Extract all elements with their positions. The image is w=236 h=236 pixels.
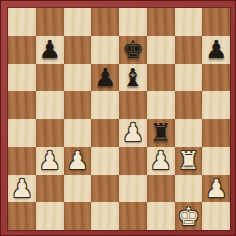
square-f7[interactable] <box>147 36 175 64</box>
piece-black-pawn[interactable]: ♟ <box>205 37 227 62</box>
square-d4[interactable] <box>91 119 119 147</box>
square-h7[interactable]: ♟ <box>202 36 230 64</box>
piece-white-rook[interactable]: ♜ <box>177 148 199 173</box>
chess-board: ♟♚♟♟♝♟♜♟♟♟♜♟♟♚ <box>8 8 230 230</box>
square-b8[interactable] <box>36 8 64 36</box>
square-c1[interactable] <box>64 202 92 230</box>
square-h1[interactable] <box>202 202 230 230</box>
square-d6[interactable]: ♟ <box>91 64 119 92</box>
square-g4[interactable] <box>175 119 203 147</box>
square-f4[interactable]: ♜ <box>147 119 175 147</box>
piece-black-king[interactable]: ♚ <box>122 37 144 62</box>
piece-white-pawn[interactable]: ♟ <box>38 148 60 173</box>
piece-white-pawn[interactable]: ♟ <box>205 176 227 201</box>
piece-black-pawn[interactable]: ♟ <box>38 37 60 62</box>
square-g7[interactable] <box>175 36 203 64</box>
piece-white-pawn[interactable]: ♟ <box>149 148 171 173</box>
square-h6[interactable] <box>202 64 230 92</box>
square-c6[interactable] <box>64 64 92 92</box>
square-f8[interactable] <box>147 8 175 36</box>
square-a3[interactable] <box>8 147 36 175</box>
square-g2[interactable] <box>175 175 203 203</box>
square-g5[interactable] <box>175 91 203 119</box>
square-e2[interactable] <box>119 175 147 203</box>
square-d7[interactable] <box>91 36 119 64</box>
square-a7[interactable] <box>8 36 36 64</box>
piece-black-bishop[interactable]: ♝ <box>122 65 144 90</box>
square-d5[interactable] <box>91 91 119 119</box>
square-h3[interactable] <box>202 147 230 175</box>
square-e3[interactable] <box>119 147 147 175</box>
square-c5[interactable] <box>64 91 92 119</box>
square-f1[interactable] <box>147 202 175 230</box>
square-h8[interactable] <box>202 8 230 36</box>
square-b5[interactable] <box>36 91 64 119</box>
piece-black-rook[interactable]: ♜ <box>149 120 171 145</box>
square-g3[interactable]: ♜ <box>175 147 203 175</box>
square-c7[interactable] <box>64 36 92 64</box>
square-g1[interactable]: ♚ <box>175 202 203 230</box>
square-e6[interactable]: ♝ <box>119 64 147 92</box>
piece-white-pawn[interactable]: ♟ <box>66 148 88 173</box>
board-frame: ♟♚♟♟♝♟♜♟♟♟♜♟♟♚ <box>0 0 236 236</box>
square-a2[interactable]: ♟ <box>8 175 36 203</box>
square-h2[interactable]: ♟ <box>202 175 230 203</box>
square-d2[interactable] <box>91 175 119 203</box>
square-d8[interactable] <box>91 8 119 36</box>
square-a1[interactable] <box>8 202 36 230</box>
square-c2[interactable] <box>64 175 92 203</box>
piece-white-pawn[interactable]: ♟ <box>122 120 144 145</box>
square-f3[interactable]: ♟ <box>147 147 175 175</box>
square-b4[interactable] <box>36 119 64 147</box>
square-e7[interactable]: ♚ <box>119 36 147 64</box>
piece-black-pawn[interactable]: ♟ <box>94 65 116 90</box>
square-b7[interactable]: ♟ <box>36 36 64 64</box>
square-g6[interactable] <box>175 64 203 92</box>
square-f2[interactable] <box>147 175 175 203</box>
square-b3[interactable]: ♟ <box>36 147 64 175</box>
piece-white-king[interactable]: ♚ <box>177 204 199 229</box>
square-h4[interactable] <box>202 119 230 147</box>
square-a6[interactable] <box>8 64 36 92</box>
square-a8[interactable] <box>8 8 36 36</box>
square-b6[interactable] <box>36 64 64 92</box>
square-c3[interactable]: ♟ <box>64 147 92 175</box>
piece-white-pawn[interactable]: ♟ <box>11 176 33 201</box>
square-a5[interactable] <box>8 91 36 119</box>
square-b1[interactable] <box>36 202 64 230</box>
square-b2[interactable] <box>36 175 64 203</box>
square-e4[interactable]: ♟ <box>119 119 147 147</box>
square-d1[interactable] <box>91 202 119 230</box>
square-f5[interactable] <box>147 91 175 119</box>
square-c8[interactable] <box>64 8 92 36</box>
square-f6[interactable] <box>147 64 175 92</box>
square-c4[interactable] <box>64 119 92 147</box>
square-d3[interactable] <box>91 147 119 175</box>
square-h5[interactable] <box>202 91 230 119</box>
square-e5[interactable] <box>119 91 147 119</box>
square-a4[interactable] <box>8 119 36 147</box>
square-e8[interactable] <box>119 8 147 36</box>
square-e1[interactable] <box>119 202 147 230</box>
square-g8[interactable] <box>175 8 203 36</box>
